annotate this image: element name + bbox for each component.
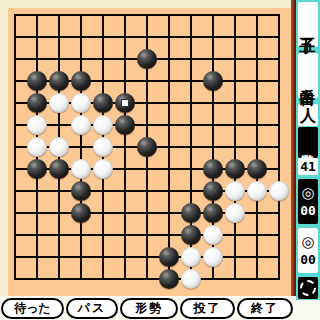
white-stone xyxy=(181,269,201,289)
end-game-button[interactable]: 終了 xyxy=(237,298,293,319)
last-move-marker xyxy=(122,100,128,106)
white-stone xyxy=(71,93,91,113)
board-cell[interactable] xyxy=(92,246,114,268)
move-count-badge: 手数 xyxy=(298,127,318,158)
board-cell[interactable] xyxy=(268,202,290,224)
board-cell[interactable] xyxy=(48,224,70,246)
board-cell[interactable] xyxy=(246,158,268,180)
board-cell[interactable] xyxy=(70,4,92,26)
white-stone xyxy=(225,181,245,201)
black-stone-icon: ◎ xyxy=(301,183,314,202)
black-stone xyxy=(137,49,157,69)
board-cell[interactable] xyxy=(202,70,224,92)
white-stone xyxy=(49,137,69,157)
board-cell[interactable] xyxy=(202,268,224,290)
board-cell[interactable] xyxy=(48,158,70,180)
next-player-indicator xyxy=(298,277,318,299)
player-label: 人 xyxy=(300,105,316,126)
board-cell[interactable] xyxy=(180,158,202,180)
board-cell[interactable] xyxy=(26,70,48,92)
board-cell[interactable] xyxy=(180,70,202,92)
board-cell[interactable] xyxy=(92,92,114,114)
board-cell[interactable] xyxy=(26,92,48,114)
black-capture-count: 00 xyxy=(300,202,316,220)
board-cell[interactable] xyxy=(136,202,158,224)
black-stone xyxy=(203,203,223,223)
board-cell[interactable] xyxy=(224,246,246,268)
board-cell[interactable] xyxy=(4,70,26,92)
status-sidebar: 五子 白番 人 手数 41 ◎ 00 ◎ 00 xyxy=(296,0,320,300)
board-cell[interactable] xyxy=(26,224,48,246)
white-stone xyxy=(93,115,113,135)
board-cell[interactable] xyxy=(92,202,114,224)
board-cell[interactable] xyxy=(4,48,26,70)
board-cell[interactable] xyxy=(26,48,48,70)
board-cell[interactable] xyxy=(158,4,180,26)
white-stone xyxy=(27,115,47,135)
board-cell[interactable] xyxy=(224,224,246,246)
board-cell[interactable] xyxy=(70,48,92,70)
board-cell[interactable] xyxy=(26,4,48,26)
white-stone xyxy=(49,93,69,113)
board-cell[interactable] xyxy=(70,202,92,224)
board-cell[interactable] xyxy=(114,202,136,224)
white-stone-icon: ◎ xyxy=(301,232,314,251)
board-cell[interactable] xyxy=(48,92,70,114)
pass-button[interactable]: パス xyxy=(66,298,118,319)
black-stone xyxy=(181,203,201,223)
board-cell[interactable] xyxy=(26,268,48,290)
board-cell[interactable] xyxy=(26,136,48,158)
board-cell[interactable] xyxy=(48,202,70,224)
board-cell[interactable] xyxy=(180,202,202,224)
black-stone xyxy=(137,137,157,157)
board-cell[interactable] xyxy=(158,114,180,136)
board-cell[interactable] xyxy=(224,70,246,92)
board-cell[interactable] xyxy=(92,158,114,180)
board-cell[interactable] xyxy=(70,92,92,114)
board-cell[interactable] xyxy=(92,114,114,136)
board-cell[interactable] xyxy=(114,158,136,180)
board-cell[interactable] xyxy=(246,224,268,246)
board-cell[interactable] xyxy=(48,114,70,136)
board-cell[interactable] xyxy=(224,158,246,180)
board-cell[interactable] xyxy=(180,26,202,48)
board-cell[interactable] xyxy=(224,180,246,202)
board-cell[interactable] xyxy=(224,92,246,114)
board-cell[interactable] xyxy=(136,158,158,180)
board-cell[interactable] xyxy=(136,224,158,246)
board-cell[interactable] xyxy=(92,180,114,202)
white-stone xyxy=(71,159,91,179)
board-cell[interactable] xyxy=(202,92,224,114)
board-cell[interactable] xyxy=(158,246,180,268)
white-stone xyxy=(93,137,113,157)
board-cell[interactable] xyxy=(268,48,290,70)
board-cell[interactable] xyxy=(158,224,180,246)
board-cell[interactable] xyxy=(202,180,224,202)
black-stone xyxy=(203,159,223,179)
board-cell[interactable] xyxy=(4,268,26,290)
board-cell[interactable] xyxy=(114,92,136,114)
board-cell[interactable] xyxy=(246,246,268,268)
board-cell[interactable] xyxy=(26,26,48,48)
board-cell[interactable] xyxy=(202,114,224,136)
board-cell[interactable] xyxy=(158,202,180,224)
board-cell[interactable] xyxy=(158,26,180,48)
board-cell[interactable] xyxy=(26,180,48,202)
board-cell[interactable] xyxy=(4,202,26,224)
board-cell[interactable] xyxy=(224,4,246,26)
board-cell[interactable] xyxy=(158,70,180,92)
black-stone xyxy=(71,71,91,91)
board-cell[interactable] xyxy=(70,136,92,158)
position-estimate-button[interactable]: 形勢 xyxy=(120,298,178,319)
board-cell[interactable] xyxy=(4,158,26,180)
resign-button[interactable]: 投了 xyxy=(180,298,235,319)
board-cell[interactable] xyxy=(4,114,26,136)
board-cell[interactable] xyxy=(158,92,180,114)
board-cell[interactable] xyxy=(70,70,92,92)
white-stone xyxy=(203,225,223,245)
white-stone xyxy=(27,137,47,157)
board-cell[interactable] xyxy=(48,136,70,158)
board-cell[interactable] xyxy=(268,26,290,48)
white-stone xyxy=(71,115,91,135)
black-stone xyxy=(93,93,113,113)
board-cell[interactable] xyxy=(136,114,158,136)
black-stone xyxy=(27,71,47,91)
board-cell[interactable] xyxy=(70,268,92,290)
white-capture-count: 00 xyxy=(300,251,316,269)
board-cell[interactable] xyxy=(114,268,136,290)
board-cell[interactable] xyxy=(26,246,48,268)
board-cell[interactable] xyxy=(246,202,268,224)
white-stone xyxy=(93,159,113,179)
board-cell[interactable] xyxy=(114,224,136,246)
game-screen: 五子 白番 人 手数 41 ◎ 00 ◎ 00 待った パス 形勢 投了 終了 xyxy=(0,0,320,320)
board-cell[interactable] xyxy=(246,48,268,70)
board-cell[interactable] xyxy=(202,224,224,246)
board-cell[interactable] xyxy=(246,70,268,92)
board-cell[interactable] xyxy=(4,4,26,26)
board-cell[interactable] xyxy=(48,26,70,48)
board-cell[interactable] xyxy=(246,136,268,158)
handicap-badge: 五子 xyxy=(298,2,318,47)
black-stone xyxy=(203,71,223,91)
black-stone xyxy=(247,159,267,179)
board-cell[interactable] xyxy=(180,114,202,136)
white-stone xyxy=(247,181,267,201)
board-cell[interactable] xyxy=(48,48,70,70)
board-cell[interactable] xyxy=(202,4,224,26)
board-cell[interactable] xyxy=(268,136,290,158)
board-cell[interactable] xyxy=(268,114,290,136)
black-stone xyxy=(203,181,223,201)
board-cell[interactable] xyxy=(114,70,136,92)
board-cell[interactable] xyxy=(92,224,114,246)
board-cell[interactable] xyxy=(158,268,180,290)
board-cell[interactable] xyxy=(158,136,180,158)
white-stone xyxy=(203,247,223,267)
board-cell[interactable] xyxy=(92,4,114,26)
black-capture-counter: ◎ 00 xyxy=(298,179,318,224)
go-board xyxy=(4,4,290,290)
board-cell[interactable] xyxy=(268,4,290,26)
board-cell[interactable] xyxy=(48,70,70,92)
white-stone xyxy=(269,181,289,201)
board-cell[interactable] xyxy=(136,246,158,268)
board-cell[interactable] xyxy=(4,26,26,48)
white-to-play-icon xyxy=(300,280,316,296)
board-cell[interactable] xyxy=(202,136,224,158)
board-cell[interactable] xyxy=(224,136,246,158)
board-cell[interactable] xyxy=(202,48,224,70)
board-cell[interactable] xyxy=(26,114,48,136)
board-cell[interactable] xyxy=(268,224,290,246)
black-stone xyxy=(71,203,91,223)
black-stone xyxy=(181,225,201,245)
board-cell[interactable] xyxy=(92,268,114,290)
board-cell[interactable] xyxy=(202,246,224,268)
board-cell[interactable] xyxy=(202,202,224,224)
board-cell[interactable] xyxy=(48,246,70,268)
board-cell[interactable] xyxy=(180,224,202,246)
black-stone xyxy=(159,269,179,289)
board-cell[interactable] xyxy=(114,4,136,26)
board-cell[interactable] xyxy=(136,70,158,92)
board-cell[interactable] xyxy=(136,26,158,48)
board-cell[interactable] xyxy=(114,26,136,48)
turn-badge: 白番 xyxy=(298,53,318,98)
white-stone xyxy=(181,247,201,267)
board-cell[interactable] xyxy=(180,4,202,26)
board-cell[interactable] xyxy=(246,92,268,114)
board-cell[interactable] xyxy=(48,268,70,290)
black-stone-last-move xyxy=(115,93,135,113)
board-cell[interactable] xyxy=(180,136,202,158)
board-cell[interactable] xyxy=(136,136,158,158)
board-cell[interactable] xyxy=(136,4,158,26)
white-capture-counter: ◎ 00 xyxy=(298,228,318,273)
board-cell[interactable] xyxy=(224,26,246,48)
board-cell[interactable] xyxy=(70,114,92,136)
white-stone xyxy=(225,203,245,223)
board-cell[interactable] xyxy=(136,92,158,114)
board-cell[interactable] xyxy=(136,268,158,290)
board-cell[interactable] xyxy=(268,180,290,202)
board-cell[interactable] xyxy=(26,202,48,224)
board-cell[interactable] xyxy=(158,180,180,202)
move-number: 41 xyxy=(300,159,316,175)
board-cell[interactable] xyxy=(92,70,114,92)
black-stone xyxy=(49,159,69,179)
action-button-bar: 待った パス 形勢 投了 終了 xyxy=(0,296,320,320)
board-cell[interactable] xyxy=(180,48,202,70)
board-cell[interactable] xyxy=(92,48,114,70)
undo-button[interactable]: 待った xyxy=(1,298,64,319)
board-cell[interactable] xyxy=(180,92,202,114)
board-cell[interactable] xyxy=(202,26,224,48)
board-cell[interactable] xyxy=(114,136,136,158)
move-number-box: 41 xyxy=(298,158,318,175)
board-cell[interactable] xyxy=(70,180,92,202)
board-cell[interactable] xyxy=(114,246,136,268)
board-cell[interactable] xyxy=(180,180,202,202)
board-cell[interactable] xyxy=(246,180,268,202)
board-cell[interactable] xyxy=(70,158,92,180)
board-cell[interactable] xyxy=(268,246,290,268)
board-cell[interactable] xyxy=(158,48,180,70)
black-stone xyxy=(159,247,179,267)
board-cell[interactable] xyxy=(136,48,158,70)
board-cell[interactable] xyxy=(114,114,136,136)
board-cell[interactable] xyxy=(114,180,136,202)
board-cell[interactable] xyxy=(114,48,136,70)
board-cell[interactable] xyxy=(4,224,26,246)
board-cell[interactable] xyxy=(92,136,114,158)
board-cell[interactable] xyxy=(70,26,92,48)
board-cell[interactable] xyxy=(70,224,92,246)
black-stone xyxy=(27,159,47,179)
black-stone xyxy=(115,115,135,135)
board-cell[interactable] xyxy=(180,268,202,290)
board-cell[interactable] xyxy=(158,158,180,180)
black-stone xyxy=(71,181,91,201)
board-cell[interactable] xyxy=(4,180,26,202)
board-cell[interactable] xyxy=(180,246,202,268)
board-cell[interactable] xyxy=(268,268,290,290)
board-cell[interactable] xyxy=(246,26,268,48)
board-cell[interactable] xyxy=(202,158,224,180)
board-cell[interactable] xyxy=(136,180,158,202)
board-cell[interactable] xyxy=(224,48,246,70)
board-cell[interactable] xyxy=(224,268,246,290)
black-stone xyxy=(49,71,69,91)
board-cell[interactable] xyxy=(4,246,26,268)
board-cell[interactable] xyxy=(268,158,290,180)
board-cell[interactable] xyxy=(48,180,70,202)
board-cell[interactable] xyxy=(4,136,26,158)
board-cell[interactable] xyxy=(268,92,290,114)
board-cell[interactable] xyxy=(26,158,48,180)
board-cell[interactable] xyxy=(246,4,268,26)
board-cell[interactable] xyxy=(268,70,290,92)
board-cell[interactable] xyxy=(246,114,268,136)
board-cell[interactable] xyxy=(4,92,26,114)
player-badge: 人 xyxy=(298,104,318,126)
board-cell[interactable] xyxy=(224,202,246,224)
black-stone xyxy=(27,93,47,113)
board-cell[interactable] xyxy=(92,26,114,48)
black-stone xyxy=(225,159,245,179)
board-cell[interactable] xyxy=(246,268,268,290)
board-cell[interactable] xyxy=(48,4,70,26)
board-cell[interactable] xyxy=(224,114,246,136)
board-cell[interactable] xyxy=(70,246,92,268)
